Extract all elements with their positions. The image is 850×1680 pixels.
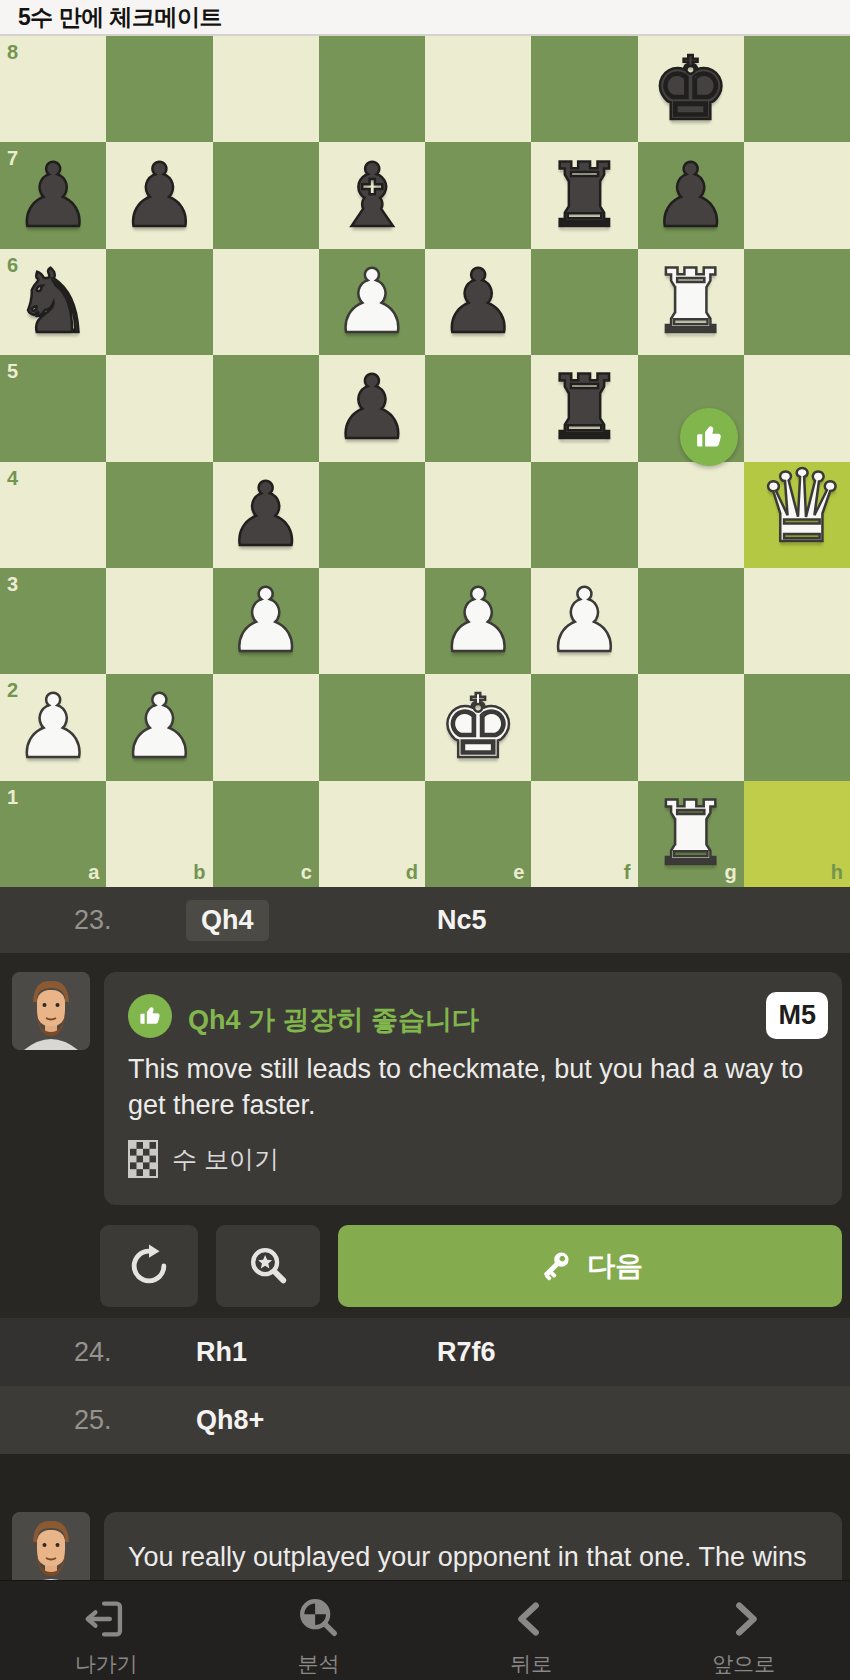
piece-white-king[interactable]: ♚ bbox=[425, 674, 531, 780]
file-label-a: a bbox=[88, 862, 99, 882]
coach-comment-text: This move still leads to checkmate, but … bbox=[128, 1052, 814, 1123]
square-a7[interactable]: 7♟ bbox=[0, 142, 106, 248]
file-label-d: d bbox=[406, 862, 418, 882]
nav-forward-label: 앞으로 bbox=[712, 1650, 775, 1678]
piece-black-rook[interactable]: ♜ bbox=[531, 355, 637, 461]
square-b8[interactable] bbox=[106, 36, 212, 142]
square-e2[interactable]: ♚ bbox=[425, 674, 531, 780]
mini-board-icon bbox=[128, 1140, 158, 1178]
coach-avatar bbox=[12, 972, 90, 1050]
square-b6[interactable] bbox=[106, 249, 212, 355]
bottom-nav-bar: 나가기 분석 뒤로 앞으로 bbox=[0, 1580, 850, 1680]
move-number: 23. bbox=[74, 905, 112, 936]
square-e4[interactable] bbox=[425, 462, 531, 568]
file-label-e: e bbox=[513, 862, 524, 882]
nav-back-label: 뒤로 bbox=[510, 1650, 552, 1678]
nav-exit-label: 나가기 bbox=[75, 1650, 138, 1678]
page-title: 5수 만에 체크메이트 bbox=[18, 2, 222, 33]
nav-forward-button[interactable]: 앞으로 bbox=[638, 1581, 850, 1680]
move-white-qh4[interactable]: Qh4 bbox=[186, 900, 269, 941]
piece-black-pawn[interactable]: ♟ bbox=[213, 462, 319, 568]
square-f4[interactable] bbox=[531, 462, 637, 568]
next-button[interactable]: 다음 bbox=[338, 1225, 842, 1307]
square-f1[interactable]: f bbox=[531, 781, 637, 887]
square-a5[interactable]: 5 bbox=[0, 355, 106, 461]
square-d1[interactable]: d bbox=[319, 781, 425, 887]
exit-icon bbox=[81, 1594, 131, 1644]
square-f6[interactable] bbox=[531, 249, 637, 355]
analyze-move-button[interactable] bbox=[216, 1225, 320, 1307]
square-h6[interactable] bbox=[744, 249, 850, 355]
square-e1[interactable]: e bbox=[425, 781, 531, 887]
square-d4[interactable] bbox=[319, 462, 425, 568]
square-c5[interactable] bbox=[213, 355, 319, 461]
square-b5[interactable] bbox=[106, 355, 212, 461]
move-row-25: 25. Qh8+ bbox=[0, 1386, 850, 1454]
piece-black-king[interactable]: ♚ bbox=[638, 36, 744, 142]
rank-label-5: 5 bbox=[7, 361, 18, 381]
square-f7[interactable]: ♜ bbox=[531, 142, 637, 248]
coach-feedback-bubble: Qh4 가 굉장히 좋습니다 M5 This move still leads … bbox=[104, 972, 842, 1205]
square-d5[interactable]: ♟ bbox=[319, 355, 425, 461]
piece-white-rook[interactable]: ♜ bbox=[638, 249, 744, 355]
title-bar: 5수 만에 체크메이트 bbox=[0, 0, 850, 36]
piece-white-pawn[interactable]: ♟ bbox=[0, 674, 106, 780]
square-g3[interactable] bbox=[638, 568, 744, 674]
move-row-24: 24. Rh1 R7f6 bbox=[0, 1318, 850, 1386]
square-g7[interactable]: ♟ bbox=[638, 142, 744, 248]
rank-label-3: 3 bbox=[7, 574, 18, 594]
square-h2[interactable] bbox=[744, 674, 850, 780]
file-label-b: b bbox=[193, 862, 205, 882]
square-c7[interactable] bbox=[213, 142, 319, 248]
square-b7[interactable]: ♟ bbox=[106, 142, 212, 248]
next-button-label: 다음 bbox=[587, 1247, 643, 1285]
square-b2[interactable]: ♟ bbox=[106, 674, 212, 780]
square-a2[interactable]: 2♟ bbox=[0, 674, 106, 780]
square-e8[interactable] bbox=[425, 36, 531, 142]
piece-black-pawn[interactable]: ♟ bbox=[319, 355, 425, 461]
show-moves-button[interactable]: 수 보이기 bbox=[128, 1140, 279, 1178]
square-d2[interactable] bbox=[319, 674, 425, 780]
back-icon bbox=[506, 1594, 556, 1644]
magnifier-star-icon bbox=[245, 1243, 291, 1289]
piece-black-pawn[interactable]: ♟ bbox=[638, 142, 744, 248]
piece-black-bishop[interactable]: ♝ bbox=[319, 142, 425, 248]
square-h3[interactable] bbox=[744, 568, 850, 674]
piece-white-rook[interactable]: ♜ bbox=[638, 781, 744, 887]
rank-label-4: 4 bbox=[7, 468, 18, 488]
square-c3[interactable]: ♟ bbox=[213, 568, 319, 674]
game-review-screen: 5수 만에 체크메이트 8♚7♟♟♝♜♟6♞♟♟♜5♟♜4♟♛3♟♟♟2♟♟♚1… bbox=[0, 0, 850, 1680]
square-e5[interactable] bbox=[425, 355, 531, 461]
square-g4[interactable] bbox=[638, 462, 744, 568]
move-quality-headline: Qh4 가 굉장히 좋습니다 bbox=[188, 1002, 479, 1038]
square-g8[interactable]: ♚ bbox=[638, 36, 744, 142]
square-a8[interactable]: 8 bbox=[0, 36, 106, 142]
square-h5[interactable] bbox=[744, 355, 850, 461]
square-g1[interactable]: g♜ bbox=[638, 781, 744, 887]
nav-analysis-button[interactable]: 분석 bbox=[213, 1581, 426, 1680]
move-number: 25. bbox=[74, 1405, 112, 1436]
good-move-thumbs-up-icon bbox=[680, 408, 738, 466]
square-h7[interactable] bbox=[744, 142, 850, 248]
piece-white-pawn[interactable]: ♟ bbox=[213, 568, 319, 674]
piece-white-queen[interactable]: ♛ bbox=[749, 454, 850, 560]
square-a1[interactable]: 1a bbox=[0, 781, 106, 887]
square-h1[interactable]: h bbox=[744, 781, 850, 887]
square-b3[interactable] bbox=[106, 568, 212, 674]
square-e3[interactable]: ♟ bbox=[425, 568, 531, 674]
thumbs-up-icon bbox=[693, 421, 725, 453]
square-f8[interactable] bbox=[531, 36, 637, 142]
move-black-nc5[interactable]: Nc5 bbox=[437, 905, 487, 936]
piece-black-pawn[interactable]: ♟ bbox=[425, 249, 531, 355]
piece-black-knight[interactable]: ♞ bbox=[0, 249, 106, 355]
piece-black-rook[interactable]: ♜ bbox=[531, 142, 637, 248]
nav-back-button[interactable]: 뒤로 bbox=[425, 1581, 638, 1680]
nav-exit-button[interactable]: 나가기 bbox=[0, 1581, 213, 1680]
piece-white-pawn[interactable]: ♟ bbox=[425, 568, 531, 674]
square-e6[interactable]: ♟ bbox=[425, 249, 531, 355]
square-f5[interactable]: ♜ bbox=[531, 355, 637, 461]
square-c2[interactable] bbox=[213, 674, 319, 780]
retry-icon bbox=[126, 1243, 172, 1289]
coach-avatar-image bbox=[12, 972, 90, 1050]
piece-white-pawn[interactable]: ♟ bbox=[106, 674, 212, 780]
square-c6[interactable] bbox=[213, 249, 319, 355]
rank-label-1: 1 bbox=[7, 787, 18, 807]
move-white-qh8-check[interactable]: Qh8+ bbox=[196, 1405, 264, 1436]
square-e7[interactable] bbox=[425, 142, 531, 248]
move-number: 24. bbox=[74, 1337, 112, 1368]
square-g2[interactable] bbox=[638, 674, 744, 780]
square-a4[interactable]: 4 bbox=[0, 462, 106, 568]
piece-white-pawn[interactable]: ♟ bbox=[531, 568, 637, 674]
nav-analysis-label: 분석 bbox=[298, 1650, 340, 1678]
analysis-icon bbox=[294, 1594, 344, 1644]
square-d6[interactable]: ♟ bbox=[319, 249, 425, 355]
forward-icon bbox=[719, 1594, 769, 1644]
move-black-r7f6[interactable]: R7f6 bbox=[437, 1337, 496, 1368]
square-a6[interactable]: 6♞ bbox=[0, 249, 106, 355]
square-c8[interactable] bbox=[213, 36, 319, 142]
square-a3[interactable]: 3 bbox=[0, 568, 106, 674]
retry-button[interactable] bbox=[100, 1225, 198, 1307]
square-h4[interactable]: ♛ bbox=[744, 462, 850, 568]
square-c1[interactable]: c bbox=[213, 781, 319, 887]
square-g6[interactable]: ♜ bbox=[638, 249, 744, 355]
square-f3[interactable]: ♟ bbox=[531, 568, 637, 674]
rank-label-8: 8 bbox=[7, 42, 18, 62]
square-d8[interactable] bbox=[319, 36, 425, 142]
square-d7[interactable]: ♝ bbox=[319, 142, 425, 248]
mate-in-5-badge: M5 bbox=[766, 992, 828, 1039]
great-move-thumbs-up-icon bbox=[128, 994, 172, 1038]
piece-white-pawn[interactable]: ♟ bbox=[319, 249, 425, 355]
square-d3[interactable] bbox=[319, 568, 425, 674]
square-h8[interactable] bbox=[744, 36, 850, 142]
file-label-f: f bbox=[624, 862, 631, 882]
file-label-h: h bbox=[831, 862, 843, 882]
square-b4[interactable] bbox=[106, 462, 212, 568]
piece-black-pawn[interactable]: ♟ bbox=[0, 142, 106, 248]
coach-avatar-image bbox=[12, 1512, 90, 1590]
square-c4[interactable]: ♟ bbox=[213, 462, 319, 568]
square-b1[interactable]: b bbox=[106, 781, 212, 887]
show-moves-label: 수 보이기 bbox=[172, 1143, 279, 1176]
piece-black-pawn[interactable]: ♟ bbox=[106, 142, 212, 248]
square-f2[interactable] bbox=[531, 674, 637, 780]
coach-avatar bbox=[12, 1512, 90, 1590]
move-white-rh1[interactable]: Rh1 bbox=[196, 1337, 247, 1368]
key-icon bbox=[537, 1248, 573, 1284]
file-label-c: c bbox=[301, 862, 312, 882]
move-row-23: 23. Qh4 Nc5 bbox=[0, 887, 850, 953]
